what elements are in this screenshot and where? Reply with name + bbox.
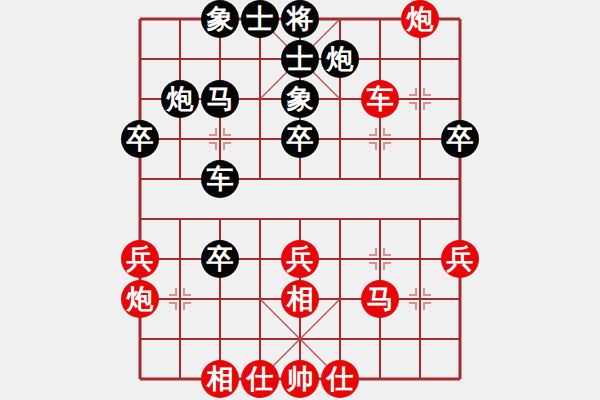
black-soldier-piece[interactable]: 卒	[441, 120, 479, 158]
black-soldier-piece[interactable]: 卒	[121, 120, 159, 158]
xiangqi-board[interactable]: 象士将炮士炮炮马象车卒卒卒车兵卒兵兵炮相马相仕帅仕	[140, 19, 460, 379]
black-advisor-piece[interactable]: 士	[241, 0, 279, 38]
red-cannon-piece[interactable]: 炮	[401, 0, 439, 38]
red-horse-piece[interactable]: 马	[361, 280, 399, 318]
red-elephant-piece[interactable]: 相	[281, 280, 319, 318]
black-elephant-piece[interactable]: 象	[281, 80, 319, 118]
black-advisor-piece[interactable]: 士	[281, 40, 319, 78]
black-soldier-piece[interactable]: 卒	[281, 120, 319, 158]
red-advisor-piece[interactable]: 仕	[241, 360, 279, 398]
black-elephant-piece[interactable]: 象	[201, 0, 239, 38]
black-cannon-piece[interactable]: 炮	[161, 80, 199, 118]
red-cannon-piece[interactable]: 炮	[121, 280, 159, 318]
red-soldier-piece[interactable]: 兵	[121, 240, 159, 278]
black-soldier-piece[interactable]: 卒	[201, 240, 239, 278]
red-general-piece[interactable]: 帅	[281, 360, 319, 398]
black-chariot-piece[interactable]: 车	[201, 160, 239, 198]
black-general-piece[interactable]: 将	[281, 0, 319, 38]
red-advisor-piece[interactable]: 仕	[321, 360, 359, 398]
red-soldier-piece[interactable]: 兵	[281, 240, 319, 278]
red-chariot-piece[interactable]: 车	[361, 80, 399, 118]
xiangqi-app-screen: 象士将炮士炮炮马象车卒卒卒车兵卒兵兵炮相马相仕帅仕	[0, 0, 600, 400]
black-cannon-piece[interactable]: 炮	[321, 40, 359, 78]
red-elephant-piece[interactable]: 相	[201, 360, 239, 398]
red-soldier-piece[interactable]: 兵	[441, 240, 479, 278]
black-horse-piece[interactable]: 马	[201, 80, 239, 118]
